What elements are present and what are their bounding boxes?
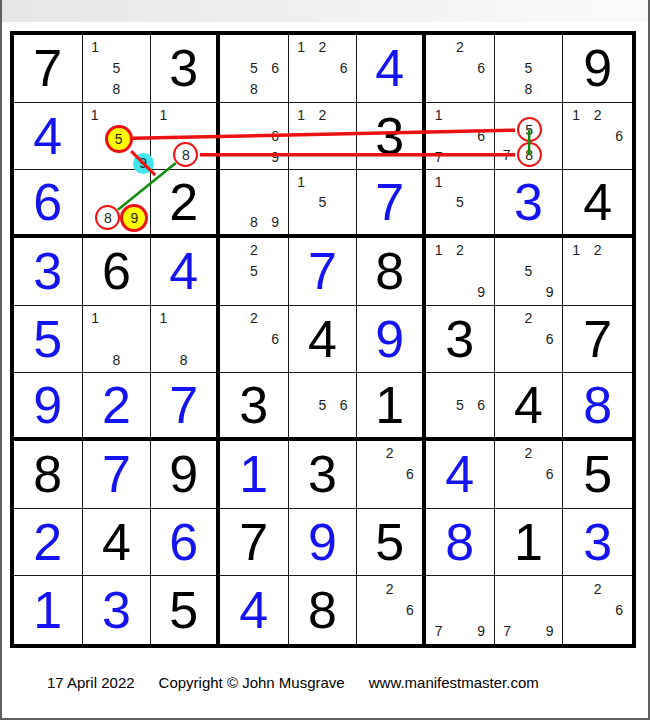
solved-digit: 4 (169, 245, 198, 297)
candidate-digit: 1 (85, 37, 105, 57)
candidates: 26 (220, 306, 288, 373)
candidate-digit: 7 (497, 621, 517, 641)
cell-r7c3[interactable]: 9 (151, 441, 220, 509)
given-digit: 1 (375, 379, 404, 431)
candidates: 26 (495, 306, 563, 373)
given-digit: 7 (239, 516, 268, 568)
cell-r7c2[interactable]: 7 (83, 441, 152, 509)
cell-r8c2[interactable]: 4 (83, 509, 152, 577)
cell-r9c1[interactable]: 1 (14, 576, 83, 644)
candidate-digit: 5 (106, 58, 126, 78)
given-digit: 1 (514, 516, 543, 568)
solved-digit: 3 (33, 245, 62, 297)
candidate-digit: 1 (291, 105, 311, 125)
candidate-digit: 5 (517, 117, 542, 142)
candidate-digit: 2 (312, 105, 332, 125)
candidates: 18 (83, 306, 151, 373)
candidate-digit: 7 (429, 147, 449, 167)
candidate-digit: 6 (540, 329, 560, 349)
cell-r1c9[interactable]: 9 (563, 35, 632, 103)
candidate-digit: 8 (173, 142, 198, 167)
cell-r8c6[interactable]: 5 (357, 509, 426, 577)
candidate-digit: 6 (471, 395, 491, 415)
cell-r3c5[interactable]: 15 (289, 170, 358, 238)
candidate-digit: 1 (153, 308, 173, 328)
solved-digit: 7 (308, 245, 337, 297)
candidate-digit: 2 (588, 105, 608, 125)
candidate-digit: 8 (244, 79, 264, 99)
solved-digit: 7 (169, 379, 198, 431)
candidates: 89 (83, 170, 151, 234)
candidates: 26 (495, 441, 563, 508)
candidate-digit: 8 (518, 79, 538, 99)
cell-r9c8[interactable]: 79 (495, 576, 564, 644)
candidates: 126 (563, 103, 632, 170)
cell-r6c4[interactable]: 3 (220, 373, 289, 441)
candidate-digit: 2 (588, 240, 608, 260)
candidates: 58 (495, 35, 563, 102)
solved-digit: 1 (239, 448, 268, 500)
given-digit: 3 (239, 379, 268, 431)
given-digit: 5 (375, 516, 404, 568)
cell-r2c2[interactable]: 159 (83, 103, 152, 171)
candidate-digit: 6 (265, 126, 285, 146)
solved-digit: 3 (102, 584, 131, 636)
solved-digit: 7 (102, 448, 131, 500)
solved-digit: 7 (375, 176, 404, 228)
candidate-digit: 6 (471, 126, 491, 146)
cell-r2c9[interactable]: 126 (563, 103, 632, 171)
cell-r7c6[interactable]: 26 (357, 441, 426, 509)
footer-website: www.manifestmaster.com (369, 674, 539, 691)
footer-caption: 17 April 2022Copyright © John Musgraveww… (47, 674, 563, 691)
cell-r9c7[interactable]: 79 (426, 576, 495, 644)
solved-digit: 4 (33, 110, 62, 162)
cell-r2c6[interactable]: 3 (357, 103, 426, 171)
candidate-digit: 2 (380, 579, 400, 599)
cell-r6c9[interactable]: 8 (563, 373, 632, 441)
candidates: 129 (426, 238, 494, 305)
cell-r1c4[interactable]: 568 (220, 35, 289, 103)
cell-r9c5[interactable]: 8 (289, 576, 358, 644)
solved-digit: 8 (445, 516, 474, 568)
candidates: 25 (220, 238, 288, 305)
cell-r1c5[interactable]: 126 (289, 35, 358, 103)
candidate-digit: 1 (291, 37, 311, 57)
candidate-digit: 9 (265, 147, 285, 167)
cell-r1c1[interactable]: 7 (14, 35, 83, 103)
given-digit: 7 (33, 42, 62, 94)
cell-r3c2[interactable]: 89 (83, 170, 152, 238)
cell-r2c7[interactable]: 167 (426, 103, 495, 171)
cell-r6c5[interactable]: 56 (289, 373, 358, 441)
cell-r8c9[interactable]: 3 (563, 509, 632, 577)
cell-r4c1[interactable]: 3 (14, 238, 83, 306)
candidates: 12 (563, 238, 632, 305)
cell-r4c4[interactable]: 25 (220, 238, 289, 306)
cell-r5c3[interactable]: 18 (151, 306, 220, 374)
cell-r5c9[interactable]: 7 (563, 306, 632, 374)
cell-r2c5[interactable]: 12 (289, 103, 358, 171)
given-digit: 8 (33, 448, 62, 500)
cell-r9c6[interactable]: 26 (357, 576, 426, 644)
given-digit: 2 (169, 176, 198, 228)
candidate-digit: 5 (450, 192, 470, 212)
cell-r5c1[interactable]: 5 (14, 306, 83, 374)
candidate-digit: 2 (518, 308, 538, 328)
cell-r7c7[interactable]: 4 (426, 441, 495, 509)
candidate-digit: 1 (85, 105, 105, 125)
candidate-digit: 6 (265, 58, 285, 78)
candidates: 26 (357, 576, 422, 644)
candidate-digit: 2 (518, 443, 538, 463)
cell-r9c4[interactable]: 4 (220, 576, 289, 644)
cell-r5c6[interactable]: 9 (357, 306, 426, 374)
candidate-digit: 1 (566, 240, 586, 260)
given-digit: 3 (308, 448, 337, 500)
window-top-bar (2, 0, 648, 22)
candidate-digit: 8 (95, 205, 120, 230)
candidates: 89 (220, 170, 288, 234)
candidate-digit: 8 (244, 212, 264, 232)
cell-r4c8[interactable]: 59 (495, 238, 564, 306)
candidate-digit: 1 (85, 308, 105, 328)
candidate-digit: 5 (312, 395, 332, 415)
cell-r6c7[interactable]: 56 (426, 373, 495, 441)
given-digit: 8 (308, 584, 337, 636)
cell-r9c3[interactable]: 5 (151, 576, 220, 644)
candidates: 15 (289, 170, 357, 234)
candidate-digit: 5 (244, 58, 264, 78)
cell-r7c9[interactable]: 5 (563, 441, 632, 509)
candidate-digit: 1 (291, 172, 311, 192)
candidate-digit: 9 (120, 204, 148, 232)
candidate-digit: 9 (133, 153, 154, 174)
sudoku-grid: 7158356812642658941591869123167578126689… (14, 35, 632, 644)
given-digit: 4 (583, 176, 612, 228)
cell-r8c3[interactable]: 6 (151, 509, 220, 577)
solved-digit: 5 (33, 313, 62, 365)
candidate-digit: 2 (450, 240, 470, 260)
cell-r1c3[interactable]: 3 (151, 35, 220, 103)
cell-r5c7[interactable]: 3 (426, 306, 495, 374)
cell-r6c6[interactable]: 1 (357, 373, 426, 441)
candidates: 18 (151, 103, 216, 170)
cell-r3c9[interactable]: 4 (563, 170, 632, 238)
cell-r5c5[interactable]: 4 (289, 306, 358, 374)
candidates: 26 (426, 35, 494, 102)
candidate-digit: 6 (400, 600, 420, 620)
solved-digit: 3 (514, 176, 543, 228)
cell-r7c4[interactable]: 1 (220, 441, 289, 509)
candidate-digit: 6 (334, 58, 354, 78)
candidates: 69 (220, 103, 288, 170)
candidate-digit: 9 (471, 282, 491, 302)
candidates: 26 (563, 576, 632, 644)
cell-r4c2[interactable]: 6 (83, 238, 152, 306)
solved-digit: 6 (33, 176, 62, 228)
candidates: 158 (83, 35, 151, 102)
cell-r4c6[interactable]: 8 (357, 238, 426, 306)
solved-digit: 9 (375, 313, 404, 365)
solved-digit: 6 (169, 516, 198, 568)
solved-digit: 4 (445, 448, 474, 500)
candidate-digit: 1 (566, 105, 586, 125)
solved-digit: 3 (583, 516, 612, 568)
cell-r3c8[interactable]: 3 (495, 170, 564, 238)
cell-r7c1[interactable]: 8 (14, 441, 83, 509)
given-digit: 9 (583, 42, 612, 94)
solved-digit: 2 (102, 379, 131, 431)
given-digit: 5 (583, 448, 612, 500)
candidates: 159 (83, 103, 151, 170)
candidates: 578 (495, 103, 563, 170)
cell-r6c8[interactable]: 4 (495, 373, 564, 441)
given-digit: 3 (445, 313, 474, 365)
page: { "game": "sudoku", "grid_size": "9x9", … (0, 0, 650, 720)
cell-r5c8[interactable]: 26 (495, 306, 564, 374)
cell-r4c9[interactable]: 12 (563, 238, 632, 306)
cell-r8c1[interactable]: 2 (14, 509, 83, 577)
given-digit: 8 (375, 245, 404, 297)
given-digit: 4 (514, 379, 543, 431)
candidate-digit: 5 (312, 192, 332, 212)
solved-digit: 4 (239, 584, 268, 636)
cell-r5c4[interactable]: 26 (220, 306, 289, 374)
solved-digit: 8 (583, 379, 612, 431)
solved-digit: 9 (308, 516, 337, 568)
cell-r4c3[interactable]: 4 (151, 238, 220, 306)
candidate-digit: 2 (312, 37, 332, 57)
candidate-digit: 2 (244, 308, 264, 328)
candidate-digit: 8 (174, 350, 194, 370)
cell-r8c5[interactable]: 9 (289, 509, 358, 577)
candidate-digit: 2 (588, 579, 608, 599)
candidates: 167 (426, 103, 494, 170)
candidates: 79 (495, 576, 563, 644)
candidate-digit: 1 (429, 105, 449, 125)
candidates: 126 (289, 35, 357, 102)
given-digit: 4 (102, 516, 131, 568)
cell-r9c2[interactable]: 3 (83, 576, 152, 644)
given-digit: 5 (169, 584, 198, 636)
candidate-digit: 6 (609, 600, 629, 620)
cell-r3c7[interactable]: 15 (426, 170, 495, 238)
candidate-digit: 2 (450, 37, 470, 57)
candidate-digit: 6 (540, 464, 560, 484)
given-digit: 3 (169, 42, 198, 94)
candidate-digit: 9 (540, 621, 560, 641)
given-digit: 7 (583, 313, 612, 365)
cell-r3c6[interactable]: 7 (357, 170, 426, 238)
solved-digit: 1 (33, 584, 62, 636)
cell-r1c8[interactable]: 58 (495, 35, 564, 103)
candidates: 79 (426, 576, 494, 644)
cell-r1c6[interactable]: 4 (357, 35, 426, 103)
cell-r2c3[interactable]: 18 (151, 103, 220, 171)
cell-r2c1[interactable]: 4 (14, 103, 83, 171)
cell-r6c2[interactable]: 2 (83, 373, 152, 441)
cell-r4c5[interactable]: 7 (289, 238, 358, 306)
candidate-digit: 7 (497, 145, 517, 165)
cell-r7c5[interactable]: 3 (289, 441, 358, 509)
candidate-digit: 2 (380, 443, 400, 463)
candidate-digit: 5 (244, 261, 264, 281)
candidate-digit: 6 (334, 395, 354, 415)
cell-r8c4[interactable]: 7 (220, 509, 289, 577)
cell-r8c8[interactable]: 1 (495, 509, 564, 577)
candidates: 26 (357, 441, 422, 508)
candidate-digit: 5 (450, 395, 470, 415)
candidate-digit: 8 (106, 79, 126, 99)
candidates: 59 (495, 238, 563, 305)
candidate-digit: 9 (471, 621, 491, 641)
candidate-digit: 1 (429, 172, 449, 192)
given-digit: 3 (375, 110, 404, 162)
cell-r8c7[interactable]: 8 (426, 509, 495, 577)
candidate-digit: 8 (106, 350, 126, 370)
cell-r2c4[interactable]: 69 (220, 103, 289, 171)
candidate-digit: 1 (429, 240, 449, 260)
candidate-digit: 6 (609, 126, 629, 146)
solved-digit: 4 (375, 42, 404, 94)
cell-r6c3[interactable]: 7 (151, 373, 220, 441)
cell-r3c4[interactable]: 89 (220, 170, 289, 238)
cell-r3c3[interactable]: 2 (151, 170, 220, 238)
cell-r5c2[interactable]: 18 (83, 306, 152, 374)
candidate-digit: 5 (105, 125, 133, 153)
cell-r6c1[interactable]: 9 (14, 373, 83, 441)
candidate-digit: 9 (540, 282, 560, 302)
candidates: 56 (289, 373, 357, 437)
candidate-digit: 7 (429, 621, 449, 641)
candidates: 18 (151, 306, 216, 373)
candidate-digit: 8 (517, 142, 542, 167)
candidate-digit: 6 (400, 464, 420, 484)
sudoku-board: 7158356812642658941591869123167578126689… (10, 31, 636, 648)
candidates: 12 (289, 103, 357, 170)
given-digit: 4 (308, 313, 337, 365)
candidates: 56 (426, 373, 494, 437)
cell-r4c7[interactable]: 129 (426, 238, 495, 306)
solved-digit: 9 (33, 379, 62, 431)
footer-date: 17 April 2022 (47, 674, 135, 691)
cell-r1c7[interactable]: 26 (426, 35, 495, 103)
candidate-digit: 6 (265, 329, 285, 349)
cell-r3c1[interactable]: 6 (14, 170, 83, 238)
given-digit: 6 (102, 245, 131, 297)
cell-r9c9[interactable]: 26 (563, 576, 632, 644)
candidate-digit: 2 (244, 240, 264, 260)
candidate-digit: 6 (471, 58, 491, 78)
candidate-digit: 9 (265, 212, 285, 232)
footer-copyright: Copyright © John Musgrave (159, 674, 345, 691)
given-digit: 9 (169, 448, 198, 500)
candidates: 568 (220, 35, 288, 102)
cell-r7c8[interactable]: 26 (495, 441, 564, 509)
solved-digit: 2 (33, 516, 62, 568)
candidates: 15 (426, 170, 494, 234)
cell-r1c2[interactable]: 158 (83, 35, 152, 103)
candidate-digit: 5 (518, 58, 538, 78)
candidate-digit: 5 (518, 261, 538, 281)
candidate-digit: 1 (153, 105, 173, 125)
cell-r2c8[interactable]: 578 (495, 103, 564, 171)
